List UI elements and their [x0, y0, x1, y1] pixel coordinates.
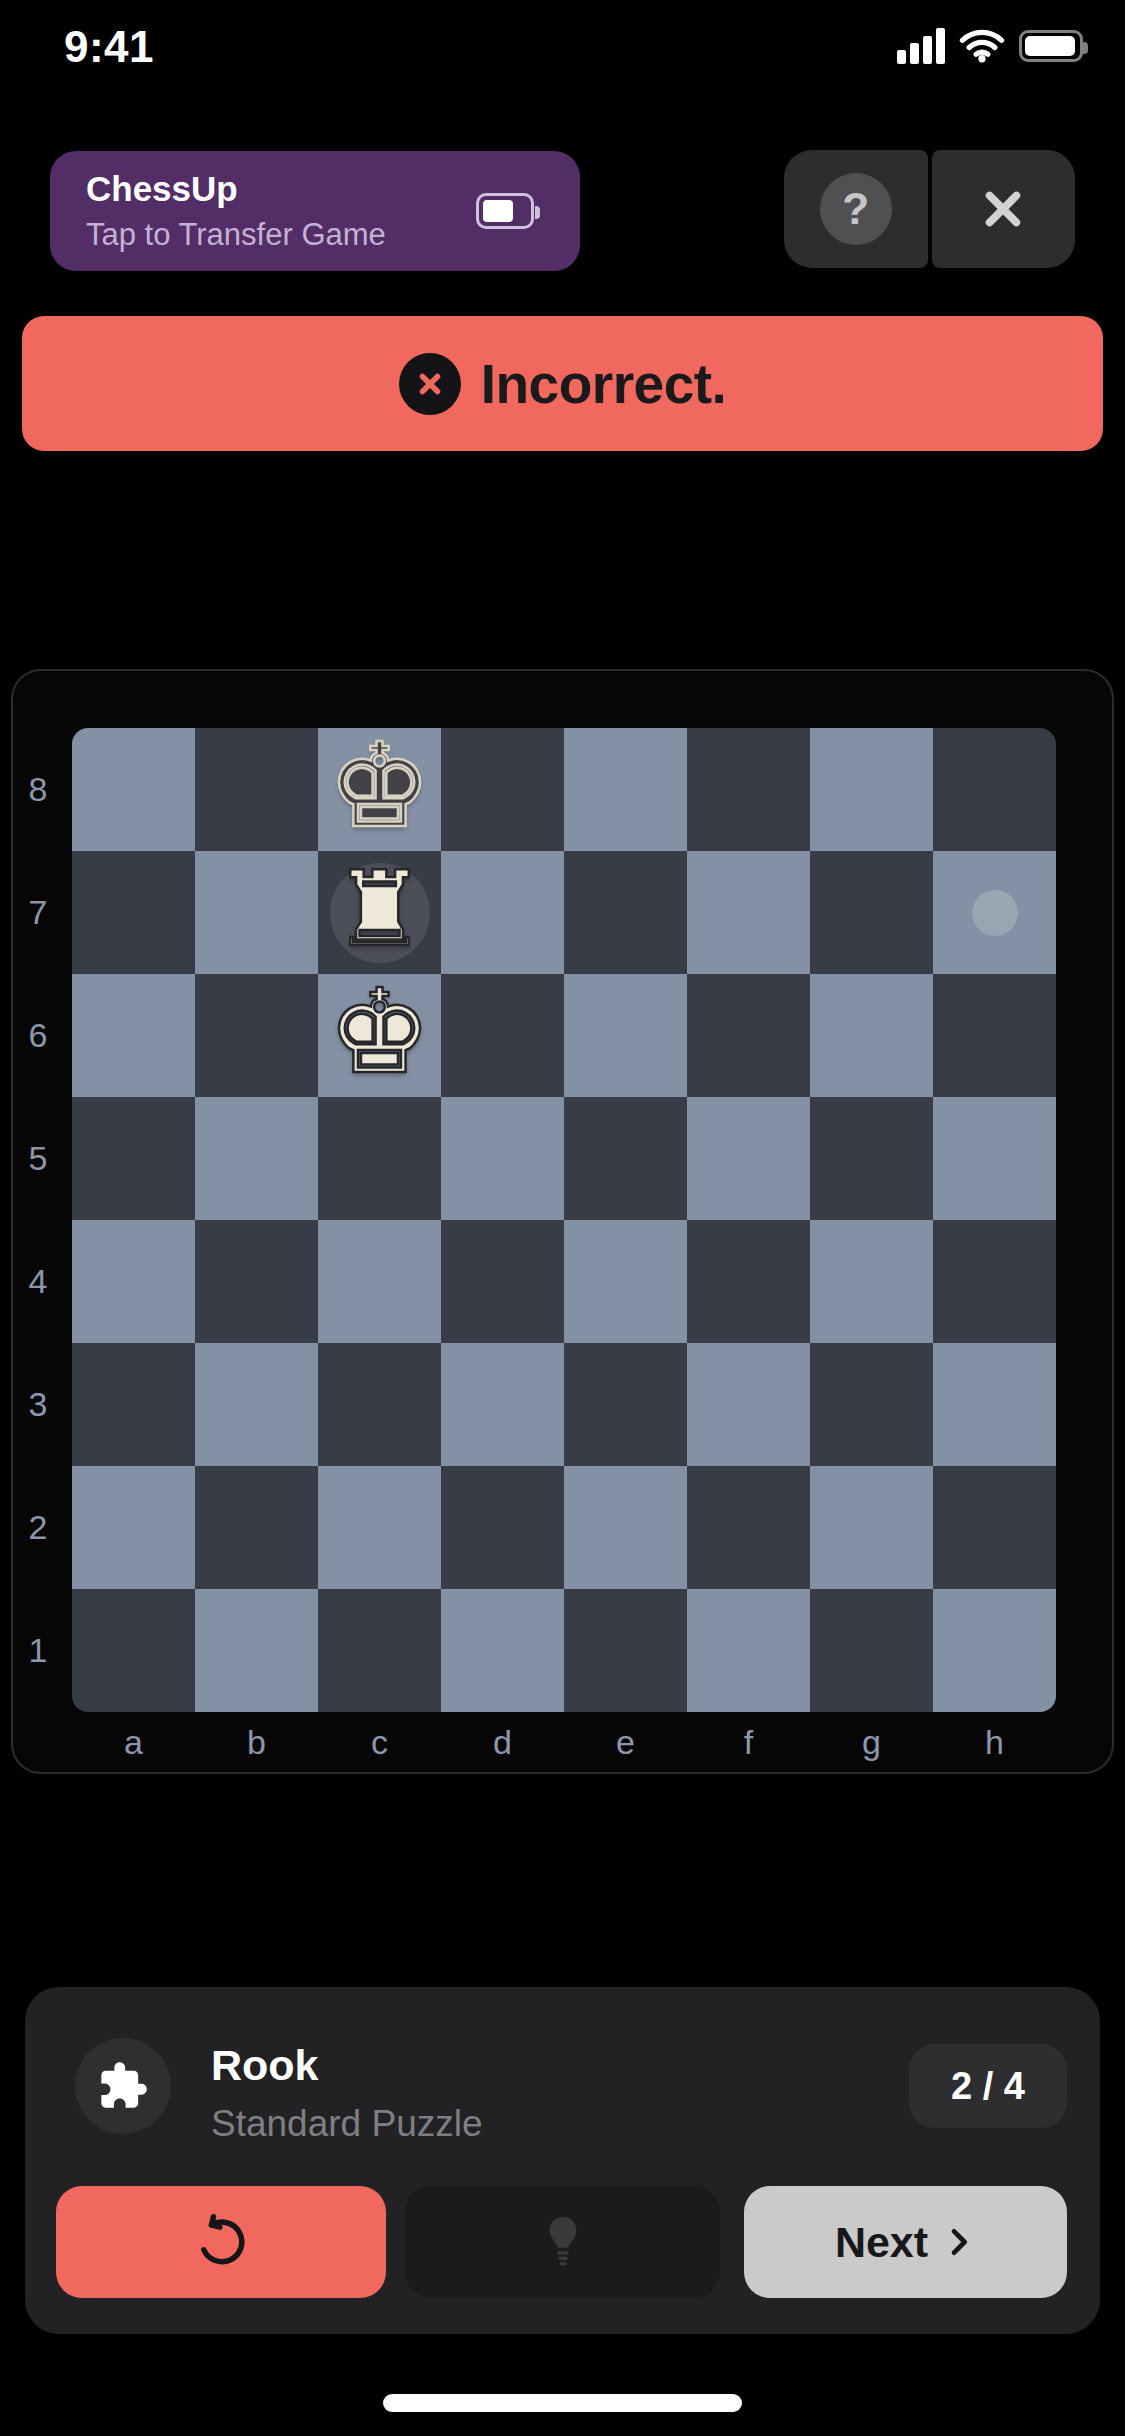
piece-black-king-c8[interactable]: ♚ [318, 728, 441, 851]
white-king-glyph: ♚ [328, 974, 432, 1090]
square-d3[interactable] [441, 1343, 564, 1466]
square-e2[interactable] [564, 1466, 687, 1589]
cellular-signal-icon [897, 28, 945, 64]
square-g5[interactable] [810, 1097, 933, 1220]
square-a7[interactable] [72, 851, 195, 974]
square-g2[interactable] [810, 1466, 933, 1589]
file-label-f: f [687, 1714, 810, 1770]
chessup-transfer-banner[interactable]: ChessUp Tap to Transfer Game [50, 151, 580, 271]
square-g3[interactable] [810, 1343, 933, 1466]
home-indicator[interactable] [383, 2394, 742, 2412]
square-h7[interactable] [933, 851, 1056, 974]
close-icon [980, 186, 1026, 232]
square-f1[interactable] [687, 1589, 810, 1712]
file-label-b: b [195, 1714, 318, 1770]
square-b3[interactable] [195, 1343, 318, 1466]
retry-button[interactable] [56, 2186, 386, 2298]
square-b8[interactable] [195, 728, 318, 851]
square-h8[interactable] [933, 728, 1056, 851]
square-a3[interactable] [72, 1343, 195, 1466]
puzzle-progress-badge: 2 / 4 [909, 2044, 1067, 2128]
square-g6[interactable] [810, 974, 933, 1097]
square-d1[interactable] [441, 1589, 564, 1712]
square-c5[interactable] [318, 1097, 441, 1220]
puzzle-piece-icon [97, 2060, 149, 2112]
rank-label-2: 2 [14, 1466, 62, 1589]
square-e5[interactable] [564, 1097, 687, 1220]
square-b2[interactable] [195, 1466, 318, 1589]
square-f6[interactable] [687, 974, 810, 1097]
file-label-e: e [564, 1714, 687, 1770]
rank-label-8: 8 [14, 728, 62, 851]
rank-label-1: 1 [14, 1589, 62, 1712]
square-c3[interactable] [318, 1343, 441, 1466]
square-a2[interactable] [72, 1466, 195, 1589]
help-button[interactable]: ? [784, 150, 928, 268]
retry-icon [190, 2211, 252, 2273]
chessup-banner-title: ChessUp [86, 169, 238, 209]
square-d2[interactable] [441, 1466, 564, 1589]
square-a4[interactable] [72, 1220, 195, 1343]
incorrect-alert-banner: Incorrect. [22, 316, 1103, 451]
square-h6[interactable] [933, 974, 1056, 1097]
rank-label-3: 3 [14, 1343, 62, 1466]
square-e1[interactable] [564, 1589, 687, 1712]
square-a5[interactable] [72, 1097, 195, 1220]
square-a6[interactable] [72, 974, 195, 1097]
square-e8[interactable] [564, 728, 687, 851]
square-f3[interactable] [687, 1343, 810, 1466]
square-b1[interactable] [195, 1589, 318, 1712]
rank-labels: 87654321 [14, 728, 62, 1712]
alert-message: Incorrect. [481, 352, 727, 416]
chessup-banner-subtitle: Tap to Transfer Game [86, 217, 386, 253]
square-d4[interactable] [441, 1220, 564, 1343]
square-g7[interactable] [810, 851, 933, 974]
hint-button[interactable] [405, 2186, 720, 2298]
square-e4[interactable] [564, 1220, 687, 1343]
rank-label-6: 6 [14, 974, 62, 1097]
error-x-icon [399, 353, 461, 415]
white-rook-glyph: ♜ [333, 857, 426, 961]
square-h1[interactable] [933, 1589, 1056, 1712]
rank-label-4: 4 [14, 1220, 62, 1343]
battery-icon [1019, 30, 1083, 62]
black-king-glyph: ♚ [328, 728, 432, 844]
square-g8[interactable] [810, 728, 933, 851]
puzzle-card: Rook Standard Puzzle 2 / 4 Next [25, 1987, 1100, 2334]
chevron-right-icon [942, 2225, 976, 2259]
square-b4[interactable] [195, 1220, 318, 1343]
square-d5[interactable] [441, 1097, 564, 1220]
square-d6[interactable] [441, 974, 564, 1097]
close-button[interactable] [932, 150, 1076, 268]
square-e6[interactable] [564, 974, 687, 1097]
square-f7[interactable] [687, 851, 810, 974]
device-battery-icon [476, 193, 534, 229]
square-f8[interactable] [687, 728, 810, 851]
chess-board [72, 728, 1056, 1712]
square-b6[interactable] [195, 974, 318, 1097]
square-h3[interactable] [933, 1343, 1056, 1466]
square-b5[interactable] [195, 1097, 318, 1220]
square-d8[interactable] [441, 728, 564, 851]
square-a8[interactable] [72, 728, 195, 851]
rank-label-5: 5 [14, 1097, 62, 1220]
wifi-icon [959, 29, 1005, 63]
square-h4[interactable] [933, 1220, 1056, 1343]
puzzle-icon-circle [75, 2038, 171, 2134]
square-h2[interactable] [933, 1466, 1056, 1589]
square-h5[interactable] [933, 1097, 1056, 1220]
square-d7[interactable] [441, 851, 564, 974]
question-mark-icon: ? [820, 173, 892, 245]
file-label-h: h [933, 1714, 1056, 1770]
puzzle-title: Rook [211, 2041, 319, 2090]
status-bar-time: 9:41 [64, 22, 154, 72]
file-label-d: d [441, 1714, 564, 1770]
status-bar-icons [897, 26, 1083, 66]
square-c4[interactable] [318, 1220, 441, 1343]
piece-white-rook-c7[interactable]: ♜ [318, 851, 441, 974]
file-label-c: c [318, 1714, 441, 1770]
puzzle-actions: Next [25, 2186, 1100, 2298]
square-e7[interactable] [564, 851, 687, 974]
next-button-label: Next [835, 2218, 928, 2267]
square-c2[interactable] [318, 1466, 441, 1589]
puzzle-subtitle: Standard Puzzle [211, 2103, 483, 2145]
square-c1[interactable] [318, 1589, 441, 1712]
rank-label-7: 7 [14, 851, 62, 974]
square-f5[interactable] [687, 1097, 810, 1220]
square-b7[interactable] [195, 851, 318, 974]
piece-white-king-c6[interactable]: ♚ [318, 974, 441, 1097]
lightbulb-icon [543, 2214, 583, 2270]
square-f4[interactable] [687, 1220, 810, 1343]
file-label-g: g [810, 1714, 933, 1770]
square-g4[interactable] [810, 1220, 933, 1343]
square-g1[interactable] [810, 1589, 933, 1712]
square-e3[interactable] [564, 1343, 687, 1466]
square-f2[interactable] [687, 1466, 810, 1589]
next-button[interactable]: Next [744, 2186, 1067, 2298]
top-button-group: ? [784, 150, 1075, 268]
file-label-a: a [72, 1714, 195, 1770]
square-a1[interactable] [72, 1589, 195, 1712]
file-labels: abcdefgh [72, 1714, 1056, 1770]
